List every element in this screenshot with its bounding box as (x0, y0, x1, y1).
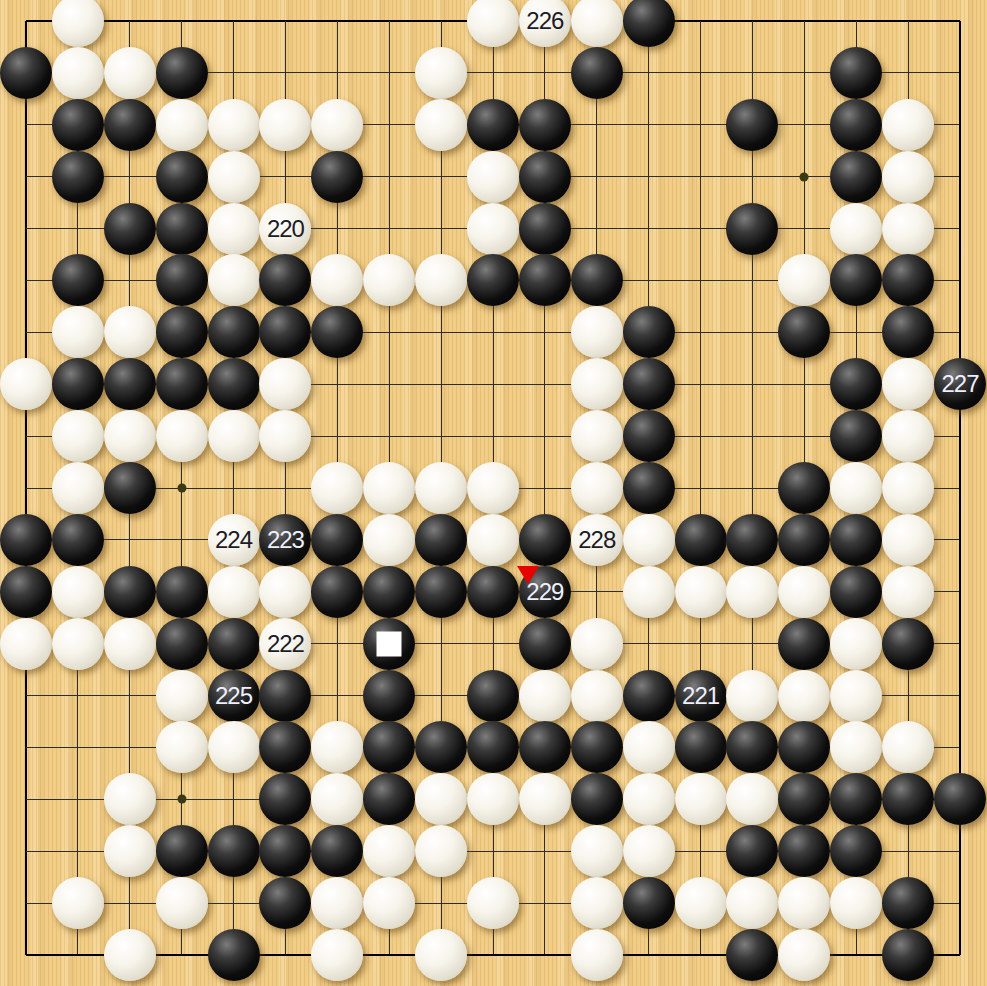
black-stone[interactable] (104, 358, 156, 410)
black-stone[interactable] (363, 721, 415, 773)
black-stone[interactable] (467, 670, 519, 722)
black-stone[interactable] (259, 825, 311, 877)
white-stone[interactable] (882, 151, 934, 203)
black-stone[interactable] (830, 151, 882, 203)
black-stone[interactable] (467, 254, 519, 306)
white-stone[interactable] (311, 721, 363, 773)
black-stone[interactable] (830, 47, 882, 99)
black-stone[interactable]: 227 (934, 358, 986, 410)
white-stone[interactable] (882, 99, 934, 151)
white-stone[interactable] (675, 566, 727, 618)
white-stone[interactable] (519, 670, 571, 722)
black-stone[interactable] (156, 618, 208, 670)
black-stone[interactable] (311, 566, 363, 618)
black-stone[interactable] (415, 566, 467, 618)
white-stone[interactable] (882, 203, 934, 255)
move-number-label: 223 (267, 528, 304, 552)
white-stone[interactable] (571, 462, 623, 514)
white-stone[interactable] (156, 877, 208, 929)
black-stone[interactable]: 221 (675, 670, 727, 722)
white-stone[interactable] (882, 721, 934, 773)
black-stone[interactable] (259, 773, 311, 825)
black-stone[interactable] (726, 99, 778, 151)
white-stone[interactable] (519, 773, 571, 825)
white-stone[interactable] (311, 462, 363, 514)
white-stone[interactable] (415, 825, 467, 877)
black-stone[interactable] (726, 514, 778, 566)
black-stone[interactable] (830, 358, 882, 410)
white-stone[interactable] (467, 462, 519, 514)
black-stone[interactable] (0, 514, 52, 566)
white-stone[interactable] (830, 618, 882, 670)
white-stone[interactable] (571, 670, 623, 722)
white-stone[interactable] (415, 462, 467, 514)
black-stone[interactable] (830, 773, 882, 825)
black-stone[interactable] (623, 306, 675, 358)
black-stone[interactable] (778, 618, 830, 670)
black-stone[interactable] (208, 825, 260, 877)
white-stone[interactable] (415, 254, 467, 306)
move-number-label: 221 (682, 684, 719, 708)
black-stone[interactable] (208, 618, 260, 670)
black-stone[interactable] (675, 514, 727, 566)
black-stone[interactable] (571, 721, 623, 773)
hoshi-point (177, 484, 186, 493)
black-stone[interactable] (519, 721, 571, 773)
black-stone[interactable] (52, 151, 104, 203)
black-stone[interactable] (623, 410, 675, 462)
black-stone[interactable] (415, 721, 467, 773)
white-stone[interactable] (52, 877, 104, 929)
white-stone[interactable] (882, 462, 934, 514)
white-stone[interactable] (208, 99, 260, 151)
black-stone[interactable] (519, 151, 571, 203)
white-stone[interactable] (156, 99, 208, 151)
black-stone[interactable] (623, 462, 675, 514)
move-number-label: 228 (578, 528, 615, 552)
black-stone[interactable] (104, 462, 156, 514)
white-stone[interactable]: 220 (259, 203, 311, 255)
black-stone[interactable] (882, 306, 934, 358)
white-stone[interactable] (571, 358, 623, 410)
white-stone[interactable] (623, 514, 675, 566)
black-stone[interactable] (259, 877, 311, 929)
black-stone[interactable] (311, 151, 363, 203)
black-stone[interactable] (156, 254, 208, 306)
white-stone[interactable] (311, 99, 363, 151)
black-stone[interactable] (623, 877, 675, 929)
black-stone[interactable] (104, 566, 156, 618)
white-stone[interactable] (311, 929, 363, 981)
black-stone[interactable] (259, 670, 311, 722)
white-stone[interactable] (571, 306, 623, 358)
white-stone[interactable] (726, 566, 778, 618)
black-stone[interactable] (830, 410, 882, 462)
white-stone[interactable] (830, 203, 882, 255)
black-stone[interactable] (0, 566, 52, 618)
black-stone[interactable] (156, 825, 208, 877)
black-stone[interactable] (311, 514, 363, 566)
white-stone[interactable] (778, 929, 830, 981)
hoshi-point (177, 795, 186, 804)
black-stone[interactable] (882, 929, 934, 981)
black-stone[interactable] (208, 358, 260, 410)
white-stone[interactable]: 222 (259, 618, 311, 670)
white-stone[interactable] (467, 151, 519, 203)
white-stone[interactable] (363, 462, 415, 514)
white-stone[interactable] (208, 566, 260, 618)
white-stone[interactable] (208, 203, 260, 255)
black-stone[interactable] (726, 721, 778, 773)
white-stone[interactable] (623, 825, 675, 877)
black-stone[interactable] (726, 203, 778, 255)
white-stone[interactable] (467, 203, 519, 255)
white-stone[interactable] (363, 877, 415, 929)
white-stone[interactable] (208, 151, 260, 203)
white-square-marker (377, 631, 402, 656)
white-stone[interactable] (311, 773, 363, 825)
white-stone[interactable] (259, 566, 311, 618)
white-stone[interactable] (156, 410, 208, 462)
black-stone[interactable] (623, 358, 675, 410)
white-stone[interactable] (778, 254, 830, 306)
black-stone[interactable] (778, 721, 830, 773)
white-stone[interactable] (571, 929, 623, 981)
black-stone[interactable] (571, 47, 623, 99)
white-stone[interactable] (52, 47, 104, 99)
black-stone[interactable] (623, 670, 675, 722)
white-stone[interactable] (571, 0, 623, 47)
white-stone[interactable] (830, 877, 882, 929)
black-stone[interactable] (778, 773, 830, 825)
black-stone[interactable] (259, 306, 311, 358)
white-stone[interactable] (363, 254, 415, 306)
white-stone[interactable] (467, 773, 519, 825)
white-stone[interactable] (259, 358, 311, 410)
white-stone[interactable] (104, 773, 156, 825)
move-number-label: 227 (941, 372, 978, 396)
white-stone[interactable] (882, 358, 934, 410)
white-stone[interactable] (778, 670, 830, 722)
black-stone[interactable] (830, 254, 882, 306)
black-stone[interactable] (778, 462, 830, 514)
black-stone[interactable] (208, 929, 260, 981)
white-stone[interactable] (52, 462, 104, 514)
black-stone[interactable] (571, 773, 623, 825)
black-stone[interactable] (156, 358, 208, 410)
white-stone[interactable] (104, 929, 156, 981)
black-stone[interactable] (830, 825, 882, 877)
white-stone[interactable] (415, 99, 467, 151)
black-stone[interactable] (467, 566, 519, 618)
red-triangle-marker (517, 566, 539, 584)
white-stone[interactable] (311, 877, 363, 929)
black-stone[interactable] (156, 151, 208, 203)
black-stone[interactable] (623, 0, 675, 47)
white-stone[interactable] (623, 773, 675, 825)
white-stone[interactable] (882, 514, 934, 566)
black-stone[interactable] (519, 254, 571, 306)
white-stone[interactable]: 224 (208, 514, 260, 566)
white-stone[interactable] (156, 670, 208, 722)
white-stone[interactable] (363, 514, 415, 566)
white-stone[interactable] (0, 618, 52, 670)
black-stone[interactable] (830, 99, 882, 151)
move-number-label: 226 (526, 9, 563, 33)
black-stone[interactable] (519, 514, 571, 566)
black-stone[interactable] (467, 721, 519, 773)
white-stone[interactable] (0, 358, 52, 410)
white-stone[interactable] (415, 47, 467, 99)
black-stone[interactable] (104, 203, 156, 255)
white-stone[interactable] (156, 721, 208, 773)
black-stone[interactable] (882, 254, 934, 306)
black-stone[interactable] (52, 99, 104, 151)
black-stone[interactable] (52, 358, 104, 410)
black-stone[interactable] (363, 670, 415, 722)
white-stone[interactable] (415, 929, 467, 981)
white-stone[interactable] (830, 721, 882, 773)
black-stone[interactable] (311, 825, 363, 877)
black-stone[interactable] (363, 773, 415, 825)
white-stone[interactable] (726, 877, 778, 929)
white-stone[interactable] (208, 721, 260, 773)
white-stone[interactable] (208, 254, 260, 306)
white-stone[interactable] (104, 618, 156, 670)
black-stone[interactable] (156, 306, 208, 358)
black-stone[interactable] (571, 254, 623, 306)
black-stone[interactable] (519, 203, 571, 255)
move-number-label: 224 (215, 528, 252, 552)
white-stone[interactable] (104, 306, 156, 358)
white-stone[interactable] (726, 773, 778, 825)
white-stone[interactable] (467, 0, 519, 47)
go-game-screenshot: 226220227224223228229222225221 (0, 0, 987, 986)
white-stone[interactable] (830, 462, 882, 514)
black-stone[interactable] (156, 566, 208, 618)
white-stone[interactable] (467, 877, 519, 929)
white-stone[interactable] (571, 825, 623, 877)
black-stone[interactable] (0, 47, 52, 99)
white-stone[interactable] (467, 514, 519, 566)
white-stone[interactable] (571, 410, 623, 462)
black-stone[interactable] (259, 254, 311, 306)
white-stone[interactable] (52, 306, 104, 358)
white-stone[interactable] (778, 566, 830, 618)
black-stone[interactable] (52, 514, 104, 566)
white-stone[interactable] (52, 0, 104, 47)
white-stone[interactable] (52, 410, 104, 462)
move-number-label: 225 (215, 684, 252, 708)
white-stone[interactable] (415, 773, 467, 825)
white-stone[interactable] (259, 99, 311, 151)
white-stone[interactable] (52, 566, 104, 618)
black-stone[interactable] (882, 618, 934, 670)
white-stone[interactable] (571, 877, 623, 929)
black-stone[interactable] (415, 514, 467, 566)
white-stone[interactable] (882, 410, 934, 462)
black-stone[interactable] (519, 99, 571, 151)
move-number-label: 222 (267, 632, 304, 656)
black-stone[interactable] (156, 203, 208, 255)
black-stone[interactable]: 225 (208, 670, 260, 722)
black-stone[interactable] (778, 514, 830, 566)
white-stone[interactable] (363, 825, 415, 877)
white-stone[interactable] (830, 670, 882, 722)
white-stone[interactable] (675, 773, 727, 825)
white-stone[interactable] (623, 566, 675, 618)
black-stone[interactable] (726, 929, 778, 981)
black-stone[interactable] (778, 306, 830, 358)
black-stone[interactable] (259, 721, 311, 773)
white-stone[interactable] (52, 618, 104, 670)
white-stone[interactable] (104, 410, 156, 462)
hoshi-point (800, 172, 809, 181)
black-stone[interactable] (519, 618, 571, 670)
black-stone[interactable] (467, 99, 519, 151)
white-stone[interactable]: 228 (571, 514, 623, 566)
move-number-label: 220 (267, 217, 304, 241)
white-stone[interactable] (778, 877, 830, 929)
white-stone[interactable] (882, 566, 934, 618)
white-stone[interactable] (726, 670, 778, 722)
black-stone[interactable] (726, 825, 778, 877)
white-stone[interactable] (571, 618, 623, 670)
black-stone[interactable] (830, 566, 882, 618)
white-stone[interactable] (104, 47, 156, 99)
black-stone[interactable] (104, 99, 156, 151)
black-stone[interactable] (882, 877, 934, 929)
white-stone[interactable] (208, 410, 260, 462)
white-stone[interactable] (675, 877, 727, 929)
black-stone[interactable] (311, 306, 363, 358)
go-board[interactable]: 226220227224223228229222225221 (0, 0, 987, 986)
black-stone[interactable] (52, 254, 104, 306)
white-stone[interactable] (259, 410, 311, 462)
black-stone[interactable] (363, 566, 415, 618)
white-stone[interactable] (311, 254, 363, 306)
black-stone[interactable] (778, 825, 830, 877)
black-stone[interactable] (882, 773, 934, 825)
white-stone[interactable]: 226 (519, 0, 571, 47)
black-stone[interactable] (830, 514, 882, 566)
black-stone[interactable] (208, 306, 260, 358)
black-stone[interactable] (934, 773, 986, 825)
black-stone[interactable] (675, 721, 727, 773)
black-stone[interactable] (156, 47, 208, 99)
white-stone[interactable] (623, 721, 675, 773)
white-stone[interactable] (104, 825, 156, 877)
black-stone[interactable]: 223 (259, 514, 311, 566)
